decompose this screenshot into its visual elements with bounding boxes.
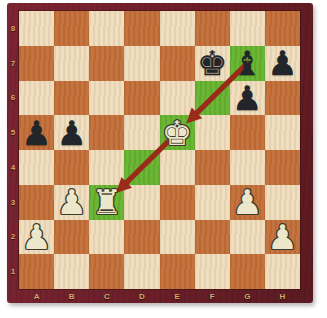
square-h3[interactable] <box>265 185 300 220</box>
white-king-e5[interactable]: ♚ <box>160 115 195 150</box>
rank-label-5: 5 <box>7 115 19 150</box>
square-g8[interactable] <box>230 11 265 46</box>
square-c8[interactable] <box>89 11 124 46</box>
square-c2[interactable] <box>89 220 124 255</box>
square-f4[interactable] <box>195 150 230 185</box>
rank-label-7: 7 <box>7 46 19 81</box>
square-f3[interactable] <box>195 185 230 220</box>
square-b1[interactable] <box>54 254 89 289</box>
square-f1[interactable] <box>195 254 230 289</box>
square-a4[interactable] <box>19 150 54 185</box>
square-d6[interactable] <box>124 81 159 116</box>
rank-label-1: 1 <box>7 254 19 289</box>
square-d1[interactable] <box>124 254 159 289</box>
square-g2[interactable] <box>230 220 265 255</box>
file-label-e: E <box>160 290 195 302</box>
square-h4[interactable] <box>265 150 300 185</box>
square-d4[interactable] <box>124 150 159 185</box>
square-e2[interactable] <box>160 220 195 255</box>
square-d2[interactable] <box>124 220 159 255</box>
square-h5[interactable] <box>265 115 300 150</box>
file-label-g: G <box>230 290 265 302</box>
file-label-h: H <box>265 290 300 302</box>
rank-label-6: 6 <box>7 81 19 116</box>
square-g1[interactable] <box>230 254 265 289</box>
square-f2[interactable] <box>195 220 230 255</box>
square-d7[interactable] <box>124 46 159 81</box>
black-pawn-h7[interactable]: ♟ <box>265 46 300 81</box>
file-label-b: B <box>54 290 89 302</box>
square-f8[interactable] <box>195 11 230 46</box>
square-e8[interactable] <box>160 11 195 46</box>
square-c6[interactable] <box>89 81 124 116</box>
file-label-a: A <box>19 290 54 302</box>
square-b7[interactable] <box>54 46 89 81</box>
square-g5[interactable] <box>230 115 265 150</box>
black-pawn-a5[interactable]: ♟ <box>19 115 54 150</box>
square-f5[interactable] <box>195 115 230 150</box>
rank-label-4: 4 <box>7 150 19 185</box>
square-e1[interactable] <box>160 254 195 289</box>
square-c1[interactable] <box>89 254 124 289</box>
white-rook-c3[interactable]: ♜ <box>89 185 124 220</box>
square-e4[interactable] <box>160 150 195 185</box>
rank-label-3: 3 <box>7 185 19 220</box>
black-king-f7[interactable]: ♚ <box>195 46 230 81</box>
square-e6[interactable] <box>160 81 195 116</box>
square-a6[interactable] <box>19 81 54 116</box>
square-c5[interactable] <box>89 115 124 150</box>
square-c7[interactable] <box>89 46 124 81</box>
square-h6[interactable] <box>265 81 300 116</box>
file-label-f: F <box>195 290 230 302</box>
square-e3[interactable] <box>160 185 195 220</box>
screenshot-root: 87654321 ABCDEFGH ♟♟♚♝♟♟♚♜♟♟♟♟ <box>0 0 327 318</box>
square-g4[interactable] <box>230 150 265 185</box>
file-label-d: D <box>124 290 159 302</box>
square-c4[interactable] <box>89 150 124 185</box>
chess-board-frame: 87654321 ABCDEFGH ♟♟♚♝♟♟♚♜♟♟♟♟ <box>7 3 313 303</box>
black-bishop-g7[interactable]: ♝ <box>230 46 265 81</box>
square-d5[interactable] <box>124 115 159 150</box>
square-a1[interactable] <box>19 254 54 289</box>
square-a8[interactable] <box>19 11 54 46</box>
square-b4[interactable] <box>54 150 89 185</box>
white-pawn-g3[interactable]: ♟ <box>230 185 265 220</box>
file-label-c: C <box>89 290 124 302</box>
square-b2[interactable] <box>54 220 89 255</box>
file-labels: ABCDEFGH <box>19 290 300 302</box>
rank-label-8: 8 <box>7 11 19 46</box>
square-a7[interactable] <box>19 46 54 81</box>
white-pawn-h2[interactable]: ♟ <box>265 220 300 255</box>
white-pawn-b3[interactable]: ♟ <box>54 185 89 220</box>
square-d3[interactable] <box>124 185 159 220</box>
rank-label-2: 2 <box>7 220 19 255</box>
white-pawn-a2[interactable]: ♟ <box>19 220 54 255</box>
black-pawn-g6[interactable]: ♟ <box>230 81 265 116</box>
rank-labels: 87654321 <box>7 11 19 289</box>
square-b8[interactable] <box>54 11 89 46</box>
black-pawn-b5[interactable]: ♟ <box>54 115 89 150</box>
square-d8[interactable] <box>124 11 159 46</box>
square-f6[interactable] <box>195 81 230 116</box>
square-h8[interactable] <box>265 11 300 46</box>
square-h1[interactable] <box>265 254 300 289</box>
square-b6[interactable] <box>54 81 89 116</box>
square-a3[interactable] <box>19 185 54 220</box>
square-e7[interactable] <box>160 46 195 81</box>
